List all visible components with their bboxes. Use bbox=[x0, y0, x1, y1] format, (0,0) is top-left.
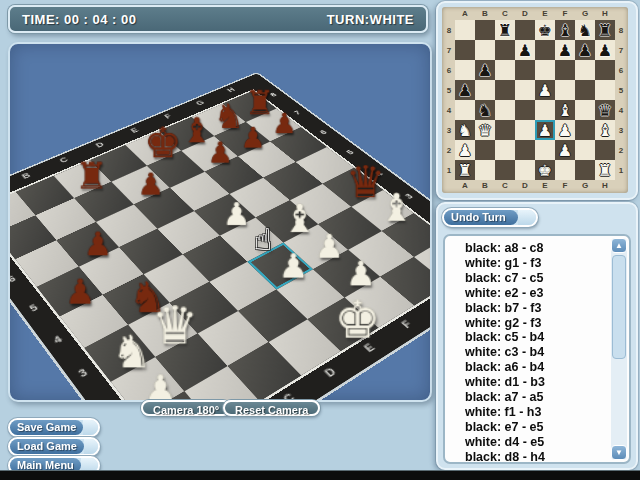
black-rook-piece: ♜ bbox=[595, 20, 615, 40]
camera-180-button[interactable]: Camera 180° bbox=[141, 400, 231, 416]
square-e6 bbox=[535, 60, 555, 80]
board-3d-viewport[interactable]: ABCDEFGH ABCDEFGH 87654321 87654321 ♜♚♝♞… bbox=[8, 42, 432, 402]
square-c3 bbox=[495, 120, 515, 140]
square-c7 bbox=[495, 40, 515, 60]
move-item: black: b7 - f3 bbox=[465, 301, 611, 316]
coord-label: A bbox=[455, 8, 475, 20]
white-rook-piece: ♜ bbox=[455, 160, 475, 180]
square-g2 bbox=[575, 140, 595, 160]
white-pawn-piece[interactable]: ♟ bbox=[214, 201, 259, 228]
button-cap bbox=[518, 210, 536, 225]
square-c5 bbox=[495, 80, 515, 100]
coord-label: 8 bbox=[615, 20, 627, 40]
square-h7: ♟ bbox=[595, 40, 615, 60]
coord-label: G bbox=[575, 180, 595, 192]
black-rook-piece[interactable]: ♜ bbox=[70, 161, 113, 191]
square-b5 bbox=[475, 80, 495, 100]
save-game-button[interactable]: Save Game bbox=[8, 418, 100, 437]
white-pawn-piece: ♟ bbox=[555, 140, 575, 160]
white-pawn-piece: ♟ bbox=[555, 120, 575, 140]
coord-label: G bbox=[575, 8, 595, 20]
square-a2: ♟ bbox=[455, 140, 475, 160]
square-a1: ♜ bbox=[455, 160, 475, 180]
square-h6 bbox=[595, 60, 615, 80]
white-bishop-piece[interactable]: ♝ bbox=[374, 192, 418, 223]
black-knight-piece: ♞ bbox=[475, 100, 495, 120]
scene-3d: ABCDEFGH ABCDEFGH 87654321 87654321 ♜♚♝♞… bbox=[10, 44, 430, 400]
coord-label: D bbox=[515, 180, 535, 192]
coord-label: 4 bbox=[443, 100, 455, 120]
move-list-box: black: a8 - c8white: g1 - f3black: c7 - … bbox=[443, 234, 631, 464]
button-cap bbox=[84, 439, 98, 454]
square-d5 bbox=[515, 80, 535, 100]
coord-label: C bbox=[495, 8, 515, 20]
coord-label: 2 bbox=[443, 140, 455, 160]
square-f8: ♝ bbox=[555, 20, 575, 40]
save-game-label: Save Game bbox=[10, 420, 83, 435]
move-item: white: c3 - b4 bbox=[465, 345, 611, 360]
square-e3: ♟ bbox=[535, 120, 555, 140]
coord-label: 5 bbox=[615, 80, 627, 100]
black-pawn-piece[interactable]: ♟ bbox=[129, 171, 172, 197]
coord-label: 7 bbox=[443, 40, 455, 60]
coord-label: 6 bbox=[443, 60, 455, 80]
undo-turn-button[interactable]: Undo Turn bbox=[442, 208, 538, 227]
square-d7: ♟ bbox=[515, 40, 535, 60]
square-f2: ♟ bbox=[555, 140, 575, 160]
square-d1 bbox=[515, 160, 535, 180]
square-d8 bbox=[515, 20, 535, 40]
coord-label: 8 bbox=[443, 20, 455, 40]
black-queen-piece: ♛ bbox=[595, 100, 615, 120]
black-pawn-piece: ♟ bbox=[475, 60, 495, 80]
coord-label: 5 bbox=[443, 80, 455, 100]
button-cap bbox=[83, 420, 98, 435]
scrollbar[interactable]: ▲ ▼ bbox=[611, 238, 627, 460]
square-g1 bbox=[575, 160, 595, 180]
black-king-piece[interactable]: ♚ bbox=[142, 126, 183, 159]
square-h5 bbox=[595, 80, 615, 100]
black-rook-piece: ♜ bbox=[495, 20, 515, 40]
square-e5: ♟ bbox=[535, 80, 555, 100]
scroll-down-button[interactable]: ▼ bbox=[611, 445, 627, 460]
turn-label: TURN:WHITE bbox=[327, 12, 414, 27]
square-b4: ♞ bbox=[475, 100, 495, 120]
square-g6 bbox=[575, 60, 595, 80]
square-e8: ♚ bbox=[535, 20, 555, 40]
square-e4 bbox=[535, 100, 555, 120]
square-c2[interactable] bbox=[198, 311, 269, 366]
black-pawn-piece[interactable]: ♟ bbox=[75, 230, 121, 257]
game-window: TIME: 00 : 04 : 00 TURN:WHITE ABCDEFGH A… bbox=[0, 0, 640, 480]
load-game-button[interactable]: Load Game bbox=[8, 437, 100, 456]
coord-label: 1 bbox=[615, 160, 627, 180]
square-f4: ♝ bbox=[555, 100, 575, 120]
scroll-thumb[interactable] bbox=[612, 255, 626, 359]
move-item: black: a6 - b4 bbox=[465, 360, 611, 375]
move-list: black: a8 - c8white: g1 - f3black: c7 - … bbox=[445, 241, 611, 462]
square-g3 bbox=[575, 120, 595, 140]
square-c4 bbox=[495, 100, 515, 120]
square-g7: ♟ bbox=[575, 40, 595, 60]
move-item: black: c7 - c5 bbox=[465, 271, 611, 286]
square-f6 bbox=[555, 60, 575, 80]
square-f5 bbox=[555, 80, 575, 100]
move-item: white: d4 - e5 bbox=[465, 435, 611, 450]
white-pawn-piece: ♟ bbox=[455, 140, 475, 160]
square-d3 bbox=[515, 120, 535, 140]
mini-board-panel: ABCDEFGH ABCDEFGH 87654321 87654321 ♜♚♝♞… bbox=[436, 1, 638, 200]
white-queen-piece: ♛ bbox=[475, 120, 495, 140]
square-f3: ♟ bbox=[555, 120, 575, 140]
mini-file-labels-top: ABCDEFGH bbox=[455, 8, 615, 20]
black-pawn-piece[interactable]: ♟ bbox=[200, 140, 241, 165]
black-knight-piece: ♞ bbox=[575, 20, 595, 40]
coord-label: 3 bbox=[615, 120, 627, 140]
coord-label: F bbox=[555, 8, 575, 20]
white-knight-piece: ♞ bbox=[455, 120, 475, 140]
square-h2 bbox=[595, 140, 615, 160]
black-pawn-piece: ♟ bbox=[575, 40, 595, 60]
black-pawn-piece: ♟ bbox=[455, 80, 475, 100]
coord-label: 6 bbox=[615, 60, 627, 80]
white-pawn-piece[interactable]: ♟ bbox=[270, 252, 317, 280]
move-item: black: a7 - a5 bbox=[465, 390, 611, 405]
square-c6 bbox=[495, 60, 515, 80]
white-king-piece: ♚ bbox=[535, 160, 555, 180]
hand-cursor-icon: ☝ bbox=[254, 222, 272, 257]
mini-board-frame: ABCDEFGH ABCDEFGH 87654321 87654321 ♜♚♝♞… bbox=[442, 7, 628, 193]
square-a6 bbox=[455, 60, 475, 80]
square-a5: ♟ bbox=[455, 80, 475, 100]
square-h3: ♝ bbox=[595, 120, 615, 140]
white-bishop-piece: ♝ bbox=[555, 100, 575, 120]
square-b2 bbox=[475, 140, 495, 160]
coord-label: F bbox=[555, 180, 575, 192]
square-b8 bbox=[475, 20, 495, 40]
coord-label: C bbox=[495, 180, 515, 192]
white-pawn-piece: ♟ bbox=[535, 80, 555, 100]
bottom-bar bbox=[0, 470, 640, 480]
coord-label: B bbox=[475, 8, 495, 20]
mini-file-labels-bottom: ABCDEFGH bbox=[455, 180, 615, 192]
status-bar: TIME: 00 : 04 : 00 TURN:WHITE bbox=[8, 5, 428, 33]
square-b3: ♛ bbox=[475, 120, 495, 140]
square-c2 bbox=[495, 140, 515, 160]
time-label: TIME: 00 : 04 : 00 bbox=[22, 12, 136, 27]
coord-label: A bbox=[455, 180, 475, 192]
square-c1 bbox=[495, 160, 515, 180]
square-f1 bbox=[555, 160, 575, 180]
move-item: black: d8 - h4 bbox=[465, 450, 611, 464]
square-f7: ♟ bbox=[555, 40, 575, 60]
square-b6: ♟ bbox=[475, 60, 495, 80]
square-g8: ♞ bbox=[575, 20, 595, 40]
move-item: black: e7 - e5 bbox=[465, 420, 611, 435]
white-bishop-piece: ♝ bbox=[595, 120, 615, 140]
mini-rank-labels-left: 87654321 bbox=[443, 20, 455, 180]
square-a4 bbox=[455, 100, 475, 120]
coord-label: 2 bbox=[615, 140, 627, 160]
move-item: white: g1 - f3 bbox=[465, 256, 611, 271]
square-d4 bbox=[515, 100, 535, 120]
move-item: white: g2 - f3 bbox=[465, 316, 611, 331]
black-pawn-piece[interactable]: ♟ bbox=[56, 277, 105, 306]
move-item: white: e2 - e3 bbox=[465, 286, 611, 301]
load-game-label: Load Game bbox=[10, 439, 84, 454]
mini-board: ♜♚♝♞♜♟♟♟♟♟♟♟♞♝♛♞♛♟♟♝♟♟♜♚♜ bbox=[455, 20, 615, 180]
black-bishop-piece: ♝ bbox=[555, 20, 575, 40]
reset-camera-button[interactable]: Reset Camera bbox=[223, 400, 320, 416]
square-d6 bbox=[515, 60, 535, 80]
white-king-piece[interactable]: ♚ bbox=[332, 299, 383, 340]
square-b1 bbox=[475, 160, 495, 180]
undo-turn-label: Undo Turn bbox=[444, 210, 518, 225]
square-h1: ♜ bbox=[595, 160, 615, 180]
move-item: black: c5 - b4 bbox=[465, 330, 611, 345]
square-g5 bbox=[575, 80, 595, 100]
coord-label: B bbox=[475, 180, 495, 192]
move-list-panel: black: a8 - c8white: g1 - f3black: c7 - … bbox=[436, 202, 638, 470]
black-pawn-piece: ♟ bbox=[555, 40, 575, 60]
square-a3: ♞ bbox=[455, 120, 475, 140]
square-h8: ♜ bbox=[595, 20, 615, 40]
coord-label: 4 bbox=[615, 100, 627, 120]
square-e2 bbox=[535, 140, 555, 160]
coord-label: H bbox=[595, 8, 615, 20]
square-d2 bbox=[515, 140, 535, 160]
move-item: white: f1 - h3 bbox=[465, 405, 611, 420]
coord-label: H bbox=[595, 180, 615, 192]
square-c8: ♜ bbox=[495, 20, 515, 40]
black-pawn-piece: ♟ bbox=[595, 40, 615, 60]
black-king-piece: ♚ bbox=[535, 20, 555, 40]
coord-label: 1 bbox=[443, 160, 455, 180]
scroll-up-button[interactable]: ▲ bbox=[611, 238, 627, 253]
square-e1: ♚ bbox=[535, 160, 555, 180]
white-pawn-piece[interactable]: ♟ bbox=[337, 259, 385, 287]
square-b7 bbox=[475, 40, 495, 60]
black-pawn-piece: ♟ bbox=[515, 40, 535, 60]
white-knight-piece[interactable]: ♞ bbox=[106, 333, 158, 370]
white-pawn-piece: ♟ bbox=[535, 120, 555, 140]
white-rook-piece: ♜ bbox=[595, 160, 615, 180]
move-item: white: d1 - b3 bbox=[465, 375, 611, 390]
square-h4: ♛ bbox=[595, 100, 615, 120]
square-e7 bbox=[535, 40, 555, 60]
square-a8 bbox=[455, 20, 475, 40]
board-3d: ABCDEFGH ABCDEFGH 87654321 87654321 ♜♚♝♞… bbox=[8, 73, 432, 402]
coord-label: 7 bbox=[8, 235, 9, 269]
coord-label: E bbox=[535, 8, 555, 20]
square-g4 bbox=[575, 100, 595, 120]
square-a7 bbox=[455, 40, 475, 60]
coord-label: 7 bbox=[615, 40, 627, 60]
move-item: black: a8 - c8 bbox=[465, 241, 611, 256]
coord-label: D bbox=[515, 8, 535, 20]
mini-rank-labels-right: 87654321 bbox=[615, 20, 627, 180]
coord-label: E bbox=[535, 180, 555, 192]
coord-label: 3 bbox=[443, 120, 455, 140]
